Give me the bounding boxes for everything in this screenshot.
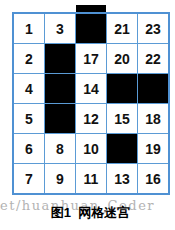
- blocked-cell-r3c4: [107, 74, 137, 103]
- number-cell-r4c3: 12: [76, 104, 106, 133]
- number-cell-r2c1: 2: [14, 44, 44, 73]
- number-cell-r4c4: 15: [107, 104, 137, 133]
- number-cell-r5c3: 10: [76, 134, 106, 163]
- puzzle-grid: 1321232172022414512151868101979111316: [12, 12, 170, 195]
- blocked-cell-r1c3: [76, 14, 106, 43]
- blocked-cell-r2c2: [45, 44, 75, 73]
- number-cell-r5c2: 8: [45, 134, 75, 163]
- number-cell-r2c3: 17: [76, 44, 106, 73]
- number-cell-r2c4: 20: [107, 44, 137, 73]
- black-notch-above-col3: [76, 5, 106, 12]
- number-cell-r6c4: 13: [107, 164, 137, 193]
- blocked-cell-r3c2: [45, 74, 75, 103]
- number-cell-r1c4: 21: [107, 14, 137, 43]
- number-cell-r6c5: 16: [138, 164, 168, 193]
- number-cell-r5c1: 6: [14, 134, 44, 163]
- number-cell-r3c3: 14: [76, 74, 106, 103]
- number-cell-r4c5: 18: [138, 104, 168, 133]
- blocked-cell-r4c2: [45, 104, 75, 133]
- figure-caption: 图1 网格迷宫: [12, 204, 169, 222]
- number-cell-r6c1: 7: [14, 164, 44, 193]
- blocked-cell-r5c4: [107, 134, 137, 163]
- number-cell-r6c2: 9: [45, 164, 75, 193]
- number-cell-r4c1: 5: [14, 104, 44, 133]
- number-cell-r1c5: 23: [138, 14, 168, 43]
- number-cell-r2c5: 22: [138, 44, 168, 73]
- blocked-cell-r3c5: [138, 74, 168, 103]
- number-cell-r1c1: 1: [14, 14, 44, 43]
- number-cell-r6c3: 11: [76, 164, 106, 193]
- number-cell-r1c2: 3: [45, 14, 75, 43]
- number-cell-r3c1: 4: [14, 74, 44, 103]
- number-cell-r5c5: 19: [138, 134, 168, 163]
